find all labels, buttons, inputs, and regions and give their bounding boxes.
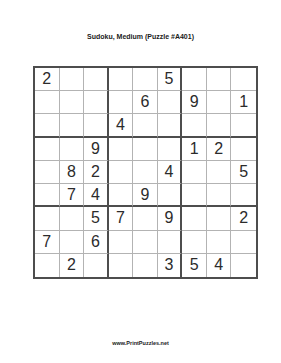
cell-r1c3[interactable] xyxy=(84,68,109,91)
cell-r3c4[interactable]: 4 xyxy=(109,114,134,137)
cell-r2c9[interactable]: 1 xyxy=(231,91,256,114)
cell-r2c8[interactable] xyxy=(207,91,232,114)
cell-r1c6[interactable]: 5 xyxy=(158,68,183,91)
cell-r1c8[interactable] xyxy=(207,68,232,91)
cell-r9c9[interactable] xyxy=(231,254,256,277)
cell-r4c8[interactable]: 2 xyxy=(207,138,232,161)
cell-r4c7[interactable]: 1 xyxy=(182,138,207,161)
cell-r5c8[interactable] xyxy=(207,161,232,184)
cell-r9c6[interactable]: 3 xyxy=(158,254,183,277)
cell-r3c1[interactable] xyxy=(35,114,60,137)
cell-r7c7[interactable] xyxy=(182,207,207,230)
cell-r4c3[interactable]: 9 xyxy=(84,138,109,161)
cell-r7c8[interactable] xyxy=(207,207,232,230)
cell-r6c3[interactable]: 4 xyxy=(84,184,109,207)
cell-r3c6[interactable] xyxy=(158,114,183,137)
cell-r9c4[interactable] xyxy=(109,254,134,277)
cell-r9c5[interactable] xyxy=(133,254,158,277)
cell-r1c1[interactable]: 2 xyxy=(35,68,60,91)
cell-r2c2[interactable] xyxy=(60,91,85,114)
cell-r9c3[interactable] xyxy=(84,254,109,277)
cell-r7c1[interactable] xyxy=(35,207,60,230)
cell-r2c7[interactable]: 9 xyxy=(182,91,207,114)
cell-r5c2[interactable]: 8 xyxy=(60,161,85,184)
cell-r8c3[interactable]: 6 xyxy=(84,231,109,254)
cell-r5c6[interactable]: 4 xyxy=(158,161,183,184)
cell-r5c5[interactable] xyxy=(133,161,158,184)
cell-r8c6[interactable] xyxy=(158,231,183,254)
cell-r4c6[interactable] xyxy=(158,138,183,161)
cell-r1c9[interactable] xyxy=(231,68,256,91)
sudoku-grid: 25691491282457495792762354 xyxy=(33,66,258,279)
cell-r5c7[interactable] xyxy=(182,161,207,184)
cell-r1c5[interactable] xyxy=(133,68,158,91)
cell-r6c6[interactable] xyxy=(158,184,183,207)
cell-r2c1[interactable] xyxy=(35,91,60,114)
cell-r5c1[interactable] xyxy=(35,161,60,184)
cell-r4c1[interactable] xyxy=(35,138,60,161)
cell-r5c3[interactable]: 2 xyxy=(84,161,109,184)
cell-r1c4[interactable] xyxy=(109,68,134,91)
cell-r8c4[interactable] xyxy=(109,231,134,254)
cell-r4c5[interactable] xyxy=(133,138,158,161)
cell-r4c4[interactable] xyxy=(109,138,134,161)
cell-r8c8[interactable] xyxy=(207,231,232,254)
cell-r8c5[interactable] xyxy=(133,231,158,254)
cell-r3c2[interactable] xyxy=(60,114,85,137)
cell-r6c8[interactable] xyxy=(207,184,232,207)
cell-r6c1[interactable] xyxy=(35,184,60,207)
cell-r7c5[interactable] xyxy=(133,207,158,230)
cell-r8c1[interactable]: 7 xyxy=(35,231,60,254)
cell-r9c8[interactable]: 4 xyxy=(207,254,232,277)
cell-r3c7[interactable] xyxy=(182,114,207,137)
page-title: Sudoku, Medium (Puzzle #A401) xyxy=(0,33,281,41)
cell-r8c7[interactable] xyxy=(182,231,207,254)
cell-r5c9[interactable]: 5 xyxy=(231,161,256,184)
cell-r3c8[interactable] xyxy=(207,114,232,137)
cell-r2c3[interactable] xyxy=(84,91,109,114)
footer-site-url: www.PrintPuzzles.net xyxy=(0,340,281,347)
cell-r9c2[interactable]: 2 xyxy=(60,254,85,277)
cell-r3c5[interactable] xyxy=(133,114,158,137)
cell-r7c9[interactable]: 2 xyxy=(231,207,256,230)
cell-r6c2[interactable]: 7 xyxy=(60,184,85,207)
cell-r7c3[interactable]: 5 xyxy=(84,207,109,230)
cell-r7c4[interactable]: 7 xyxy=(109,207,134,230)
cell-r3c9[interactable] xyxy=(231,114,256,137)
cell-r8c9[interactable] xyxy=(231,231,256,254)
cell-r1c7[interactable] xyxy=(182,68,207,91)
cell-r2c6[interactable] xyxy=(158,91,183,114)
cell-r1c2[interactable] xyxy=(60,68,85,91)
cell-r6c9[interactable] xyxy=(231,184,256,207)
cell-r7c2[interactable] xyxy=(60,207,85,230)
cell-r9c1[interactable] xyxy=(35,254,60,277)
cell-r7c6[interactable]: 9 xyxy=(158,207,183,230)
cell-r2c5[interactable]: 6 xyxy=(133,91,158,114)
cell-r6c5[interactable]: 9 xyxy=(133,184,158,207)
cell-r2c4[interactable] xyxy=(109,91,134,114)
cell-r4c2[interactable] xyxy=(60,138,85,161)
cell-r5c4[interactable] xyxy=(109,161,134,184)
cell-r6c4[interactable] xyxy=(109,184,134,207)
cell-r3c3[interactable] xyxy=(84,114,109,137)
cell-r9c7[interactable]: 5 xyxy=(182,254,207,277)
cell-r6c7[interactable] xyxy=(182,184,207,207)
cell-r8c2[interactable] xyxy=(60,231,85,254)
cell-r4c9[interactable] xyxy=(231,138,256,161)
